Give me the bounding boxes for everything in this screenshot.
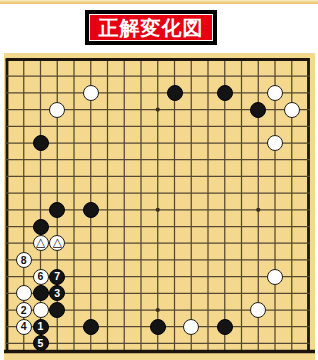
stone-white <box>83 85 99 101</box>
triangle-mark-icon: △ <box>53 236 62 248</box>
stone-black <box>83 202 99 218</box>
stone-black <box>33 219 49 235</box>
stone-black <box>167 85 183 101</box>
move-number-label: 7 <box>54 271 60 282</box>
move-number-label: 5 <box>38 338 44 349</box>
move-number-label: 2 <box>21 304 27 315</box>
stone-white-move-8: 8 <box>16 252 32 268</box>
stone-black <box>217 319 233 335</box>
stone-white-triangle-marked: △ <box>33 235 49 251</box>
star-point <box>156 308 160 312</box>
diagram-title-background: 正解変化図 <box>89 14 213 41</box>
stone-white <box>267 269 283 285</box>
stone-black-move-5: 5 <box>33 335 49 351</box>
star-point <box>156 208 160 212</box>
stone-black-move-1: 1 <box>33 319 49 335</box>
stone-black <box>49 202 65 218</box>
stone-black <box>33 285 49 301</box>
move-number-label: 1 <box>38 321 44 332</box>
move-number-label: 8 <box>21 254 27 265</box>
stone-white <box>267 85 283 101</box>
stone-white-move-2: 2 <box>16 302 32 318</box>
move-number-label: 3 <box>54 288 60 299</box>
stone-white <box>183 319 199 335</box>
stone-white <box>284 102 300 118</box>
move-number-label: 6 <box>38 271 44 282</box>
star-point <box>156 108 160 112</box>
go-board: △△86732415 <box>4 53 315 360</box>
stone-black <box>83 319 99 335</box>
stone-white-move-6: 6 <box>33 269 49 285</box>
top-decorative-strip <box>0 0 318 4</box>
stone-white <box>49 102 65 118</box>
diagram-title-box: 正解変化図 <box>85 10 217 45</box>
stone-white <box>16 285 32 301</box>
stone-white-move-4: 4 <box>16 319 32 335</box>
star-point <box>256 208 260 212</box>
stone-black <box>250 102 266 118</box>
stone-black <box>33 135 49 151</box>
diagram-title: 正解変化図 <box>99 18 204 38</box>
go-diagram-page: { "title": { "text": "正解変化図", "bg_color"… <box>0 0 318 360</box>
stone-black <box>150 319 166 335</box>
stone-white <box>33 302 49 318</box>
move-number-label: 4 <box>21 321 27 332</box>
stone-black <box>217 85 233 101</box>
stone-white <box>267 135 283 151</box>
stone-black-move-7: 7 <box>49 269 65 285</box>
triangle-mark-icon: △ <box>36 236 45 248</box>
